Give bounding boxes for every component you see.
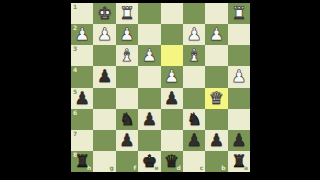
- square-g5[interactable]: [93, 88, 115, 109]
- square-e6[interactable]: ♟: [138, 109, 160, 130]
- piece-black-king[interactable]: ♚: [142, 153, 157, 170]
- piece-black-pawn[interactable]: ♟: [75, 90, 90, 107]
- square-g2[interactable]: ♟: [93, 24, 115, 45]
- piece-white-pawn[interactable]: ♟: [142, 47, 157, 64]
- piece-black-rook[interactable]: ♜: [75, 153, 90, 170]
- square-f6[interactable]: ♞: [116, 109, 138, 130]
- square-c6[interactable]: ♞: [183, 109, 205, 130]
- square-b2[interactable]: ♟: [205, 24, 227, 45]
- square-d5[interactable]: ♟: [161, 88, 183, 109]
- piece-black-knight[interactable]: ♞: [119, 111, 134, 128]
- square-f7[interactable]: ♟: [116, 130, 138, 151]
- square-b8[interactable]: b: [205, 151, 227, 172]
- square-h4[interactable]: 4: [71, 66, 93, 87]
- square-f1[interactable]: ♜: [116, 3, 138, 24]
- coord-rank-label: 6: [73, 110, 77, 116]
- square-a5[interactable]: [228, 88, 250, 109]
- square-b7[interactable]: ♟: [205, 130, 227, 151]
- square-h5[interactable]: 5♟: [71, 88, 93, 109]
- square-f3[interactable]: ♝: [116, 45, 138, 66]
- piece-black-pawn[interactable]: ♟: [119, 132, 134, 149]
- square-c2[interactable]: ♟: [183, 24, 205, 45]
- square-g4[interactable]: ♟: [93, 66, 115, 87]
- square-e7[interactable]: [138, 130, 160, 151]
- piece-black-pawn[interactable]: ♟: [231, 132, 246, 149]
- chess-board: 1♚♜♜2♟♟♟♟♟3♝♟♝4♟♟♟5♟♟♛6♞♟♞7♟♟♟♟8h♜gfe♚d♛…: [71, 3, 250, 172]
- square-h1[interactable]: 1: [71, 3, 93, 24]
- square-f8[interactable]: f: [116, 151, 138, 172]
- piece-black-knight[interactable]: ♞: [186, 111, 201, 128]
- piece-black-pawn[interactable]: ♟: [97, 68, 112, 85]
- piece-white-pawn[interactable]: ♟: [164, 68, 179, 85]
- piece-black-pawn[interactable]: ♟: [186, 132, 201, 149]
- square-e8[interactable]: e♚: [138, 151, 160, 172]
- square-c1[interactable]: [183, 3, 205, 24]
- piece-black-queen[interactable]: ♛: [164, 153, 179, 170]
- square-g7[interactable]: [93, 130, 115, 151]
- square-c7[interactable]: ♟: [183, 130, 205, 151]
- square-f2[interactable]: ♟: [116, 24, 138, 45]
- square-b3[interactable]: [205, 45, 227, 66]
- piece-white-rook[interactable]: ♜: [231, 5, 246, 22]
- square-f5[interactable]: [116, 88, 138, 109]
- square-h7[interactable]: 7: [71, 130, 93, 151]
- square-d7[interactable]: [161, 130, 183, 151]
- square-e2[interactable]: [138, 24, 160, 45]
- square-e4[interactable]: [138, 66, 160, 87]
- coord-rank-label: 7: [73, 131, 77, 137]
- piece-black-pawn[interactable]: ♟: [164, 90, 179, 107]
- coord-file-label: c: [200, 165, 204, 171]
- piece-white-queen[interactable]: ♛: [209, 90, 224, 107]
- square-h2[interactable]: 2♟: [71, 24, 93, 45]
- square-c8[interactable]: c: [183, 151, 205, 172]
- piece-white-king[interactable]: ♚: [97, 5, 112, 22]
- piece-white-pawn[interactable]: ♟: [75, 26, 90, 43]
- coord-rank-label: 3: [73, 46, 77, 52]
- letterbox-right: [250, 0, 320, 180]
- square-a2[interactable]: [228, 24, 250, 45]
- square-d2[interactable]: [161, 24, 183, 45]
- square-c3[interactable]: ♝: [183, 45, 205, 66]
- square-d3[interactable]: [161, 45, 183, 66]
- square-b1[interactable]: [205, 3, 227, 24]
- square-h6[interactable]: 6: [71, 109, 93, 130]
- square-a3[interactable]: [228, 45, 250, 66]
- piece-white-bishop[interactable]: ♝: [186, 47, 201, 64]
- square-a4[interactable]: ♟: [228, 66, 250, 87]
- coord-file-label: g: [109, 165, 113, 171]
- piece-white-pawn[interactable]: ♟: [231, 68, 246, 85]
- square-h3[interactable]: 3: [71, 45, 93, 66]
- video-frame: 1♚♜♜2♟♟♟♟♟3♝♟♝4♟♟♟5♟♟♛6♞♟♞7♟♟♟♟8h♜gfe♚d♛…: [0, 0, 320, 180]
- square-d8[interactable]: d♛: [161, 151, 183, 172]
- square-b5[interactable]: ♛: [205, 88, 227, 109]
- coord-rank-label: 4: [73, 67, 77, 73]
- coord-file-label: b: [221, 165, 225, 171]
- piece-black-rook[interactable]: ♜: [231, 153, 246, 170]
- piece-white-pawn[interactable]: ♟: [209, 26, 224, 43]
- square-d6[interactable]: [161, 109, 183, 130]
- square-g3[interactable]: [93, 45, 115, 66]
- piece-white-bishop[interactable]: ♝: [119, 47, 134, 64]
- piece-black-pawn[interactable]: ♟: [142, 111, 157, 128]
- square-e5[interactable]: [138, 88, 160, 109]
- square-a8[interactable]: a♜: [228, 151, 250, 172]
- square-d1[interactable]: [161, 3, 183, 24]
- piece-white-pawn[interactable]: ♟: [97, 26, 112, 43]
- piece-white-rook[interactable]: ♜: [119, 5, 134, 22]
- piece-white-pawn[interactable]: ♟: [186, 26, 201, 43]
- square-g1[interactable]: ♚: [93, 3, 115, 24]
- square-b4[interactable]: [205, 66, 227, 87]
- square-g8[interactable]: g: [93, 151, 115, 172]
- piece-white-pawn[interactable]: ♟: [119, 26, 134, 43]
- square-c4[interactable]: [183, 66, 205, 87]
- square-e3[interactable]: ♟: [138, 45, 160, 66]
- square-e1[interactable]: [138, 3, 160, 24]
- square-g6[interactable]: [93, 109, 115, 130]
- letterbox-left: [0, 0, 71, 180]
- piece-black-pawn[interactable]: ♟: [209, 132, 224, 149]
- square-c5[interactable]: [183, 88, 205, 109]
- square-h8[interactable]: 8h♜: [71, 151, 93, 172]
- square-a1[interactable]: ♜: [228, 3, 250, 24]
- coord-file-label: f: [134, 165, 137, 171]
- square-d4[interactable]: ♟: [161, 66, 183, 87]
- square-a6[interactable]: [228, 109, 250, 130]
- square-b6[interactable]: [205, 109, 227, 130]
- square-f4[interactable]: [116, 66, 138, 87]
- square-a7[interactable]: ♟: [228, 130, 250, 151]
- coord-rank-label: 1: [73, 4, 77, 10]
